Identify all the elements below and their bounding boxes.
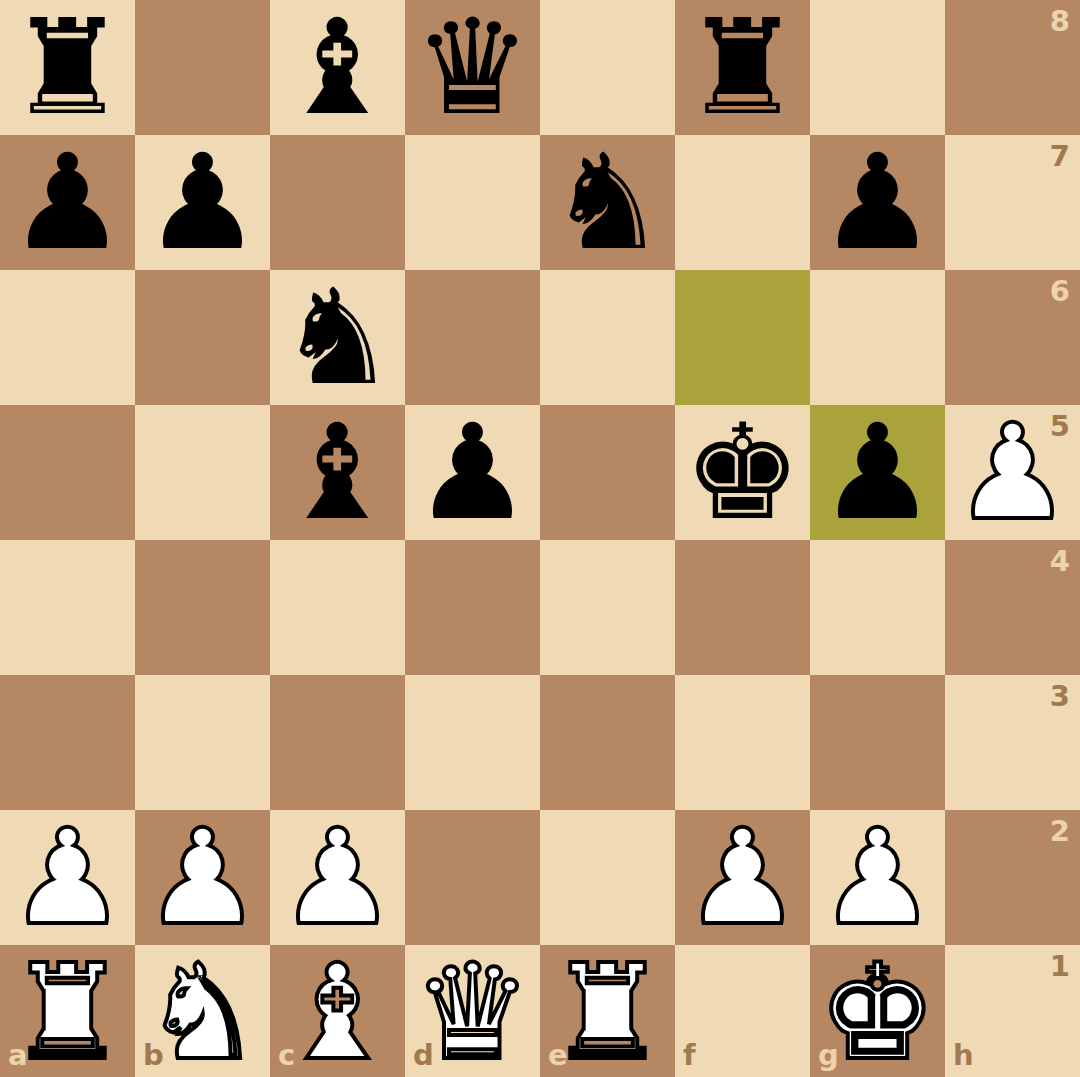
square-f6[interactable] [675, 270, 810, 405]
square-a4[interactable] [0, 540, 135, 675]
square-e3[interactable] [540, 675, 675, 810]
piece-black-knight[interactable]: ♞︎ [540, 135, 675, 270]
square-f3[interactable] [675, 675, 810, 810]
square-d3[interactable] [405, 675, 540, 810]
square-a7[interactable]: ♟︎ [0, 135, 135, 270]
piece-black-rook[interactable]: ♜︎ [675, 0, 810, 135]
piece-white-pawn[interactable]: ♟︎ [0, 810, 135, 945]
piece-white-rook[interactable]: ♜︎ [0, 945, 135, 1077]
square-c1[interactable]: ♝︎ [270, 945, 405, 1077]
square-e8[interactable] [540, 0, 675, 135]
piece-white-queen[interactable]: ♛︎ [405, 945, 540, 1077]
square-b8[interactable] [135, 0, 270, 135]
chess-board: ♜︎♝︎♛︎♜︎♟︎♟︎♞︎♟︎♞︎♝︎♟︎♚︎♟︎♟︎♟︎♟︎♟︎♟︎♟︎♜︎… [0, 0, 1080, 1077]
piece-white-pawn[interactable]: ♟︎ [675, 810, 810, 945]
piece-black-pawn[interactable]: ♟︎ [135, 135, 270, 270]
square-g6[interactable] [810, 270, 945, 405]
square-b7[interactable]: ♟︎ [135, 135, 270, 270]
square-d4[interactable] [405, 540, 540, 675]
square-b4[interactable] [135, 540, 270, 675]
square-h5[interactable]: ♟︎ [945, 405, 1080, 540]
square-e5[interactable] [540, 405, 675, 540]
square-h8[interactable] [945, 0, 1080, 135]
square-h2[interactable] [945, 810, 1080, 945]
piece-black-knight[interactable]: ♞︎ [270, 270, 405, 405]
piece-black-queen[interactable]: ♛︎ [405, 0, 540, 135]
square-a6[interactable] [0, 270, 135, 405]
square-c5[interactable]: ♝︎ [270, 405, 405, 540]
square-a8[interactable]: ♜︎ [0, 0, 135, 135]
square-a3[interactable] [0, 675, 135, 810]
piece-white-rook[interactable]: ♜︎ [540, 945, 675, 1077]
square-c7[interactable] [270, 135, 405, 270]
square-h3[interactable] [945, 675, 1080, 810]
square-c3[interactable] [270, 675, 405, 810]
square-d7[interactable] [405, 135, 540, 270]
square-c6[interactable]: ♞︎ [270, 270, 405, 405]
square-c4[interactable] [270, 540, 405, 675]
square-d1[interactable]: ♛︎ [405, 945, 540, 1077]
square-g8[interactable] [810, 0, 945, 135]
piece-white-king[interactable]: ♚︎ [810, 945, 945, 1077]
square-d8[interactable]: ♛︎ [405, 0, 540, 135]
square-f1[interactable] [675, 945, 810, 1077]
square-g1[interactable]: ♚︎ [810, 945, 945, 1077]
piece-white-knight[interactable]: ♞︎ [135, 945, 270, 1077]
square-e2[interactable] [540, 810, 675, 945]
square-d5[interactable]: ♟︎ [405, 405, 540, 540]
square-f2[interactable]: ♟︎ [675, 810, 810, 945]
square-c8[interactable]: ♝︎ [270, 0, 405, 135]
square-g4[interactable] [810, 540, 945, 675]
piece-white-bishop[interactable]: ♝︎ [270, 945, 405, 1077]
piece-black-pawn[interactable]: ♟︎ [405, 405, 540, 540]
square-b1[interactable]: ♞︎ [135, 945, 270, 1077]
square-h6[interactable] [945, 270, 1080, 405]
piece-black-king[interactable]: ♚︎ [675, 405, 810, 540]
square-a1[interactable]: ♜︎ [0, 945, 135, 1077]
square-e7[interactable]: ♞︎ [540, 135, 675, 270]
piece-black-rook[interactable]: ♜︎ [0, 0, 135, 135]
piece-black-bishop[interactable]: ♝︎ [270, 405, 405, 540]
square-b5[interactable] [135, 405, 270, 540]
square-f8[interactable]: ♜︎ [675, 0, 810, 135]
square-f5[interactable]: ♚︎ [675, 405, 810, 540]
square-g7[interactable]: ♟︎ [810, 135, 945, 270]
square-a5[interactable] [0, 405, 135, 540]
square-a2[interactable]: ♟︎ [0, 810, 135, 945]
square-e1[interactable]: ♜︎ [540, 945, 675, 1077]
piece-white-pawn[interactable]: ♟︎ [945, 405, 1080, 540]
square-b2[interactable]: ♟︎ [135, 810, 270, 945]
square-d2[interactable] [405, 810, 540, 945]
square-g5[interactable]: ♟︎ [810, 405, 945, 540]
piece-black-bishop[interactable]: ♝︎ [270, 0, 405, 135]
square-f7[interactable] [675, 135, 810, 270]
square-h1[interactable] [945, 945, 1080, 1077]
piece-black-pawn[interactable]: ♟︎ [0, 135, 135, 270]
piece-black-pawn[interactable]: ♟︎ [810, 405, 945, 540]
square-g2[interactable]: ♟︎ [810, 810, 945, 945]
piece-white-pawn[interactable]: ♟︎ [810, 810, 945, 945]
square-b6[interactable] [135, 270, 270, 405]
square-f4[interactable] [675, 540, 810, 675]
square-e6[interactable] [540, 270, 675, 405]
piece-black-pawn[interactable]: ♟︎ [810, 135, 945, 270]
board-grid: ♜︎♝︎♛︎♜︎♟︎♟︎♞︎♟︎♞︎♝︎♟︎♚︎♟︎♟︎♟︎♟︎♟︎♟︎♟︎♜︎… [0, 0, 1080, 1077]
square-g3[interactable] [810, 675, 945, 810]
square-d6[interactable] [405, 270, 540, 405]
square-h7[interactable] [945, 135, 1080, 270]
piece-white-pawn[interactable]: ♟︎ [135, 810, 270, 945]
square-c2[interactable]: ♟︎ [270, 810, 405, 945]
square-b3[interactable] [135, 675, 270, 810]
square-h4[interactable] [945, 540, 1080, 675]
square-e4[interactable] [540, 540, 675, 675]
piece-white-pawn[interactable]: ♟︎ [270, 810, 405, 945]
